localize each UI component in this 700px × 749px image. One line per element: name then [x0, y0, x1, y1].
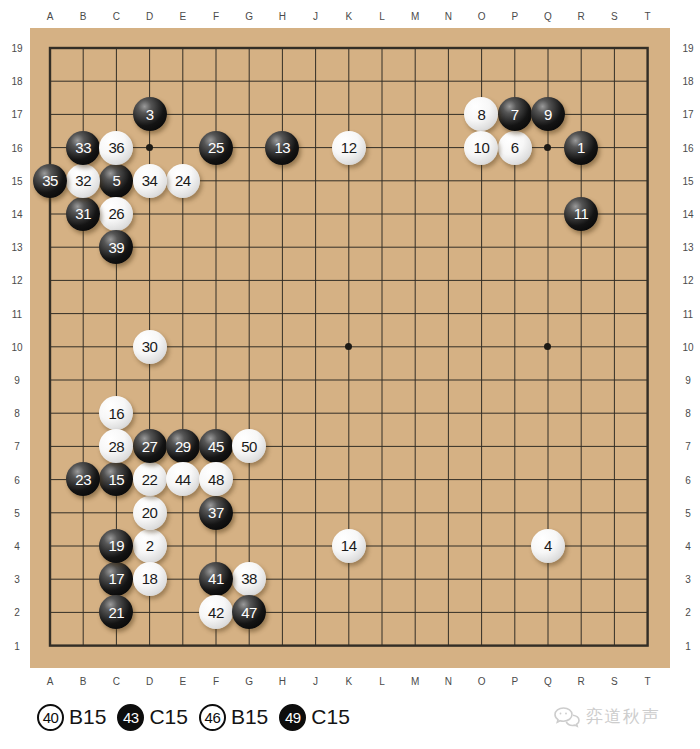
coord-number-left-13: 13 [11, 242, 22, 253]
coord-number-left-16: 16 [11, 142, 22, 153]
coord-number-right-10: 10 [682, 341, 693, 352]
black-stone-B14: 31 [66, 197, 100, 231]
white-stone-F2: 42 [199, 595, 233, 629]
coord-letter-bottom-R: R [578, 676, 585, 687]
white-stone-C7: 28 [99, 429, 133, 463]
coord-letter-top-K: K [345, 11, 352, 22]
coord-number-left-14: 14 [11, 209, 22, 220]
coord-number-right-14: 14 [682, 209, 693, 220]
stones-grid: 1234567891011121314151617181920212223242… [33, 31, 664, 662]
black-stone-C4: 19 [99, 529, 133, 563]
coord-letter-bottom-F: F [213, 676, 219, 687]
go-board: 1234567891011121314151617181920212223242… [30, 28, 670, 668]
coord-letter-top-D: D [146, 11, 153, 22]
coord-number-right-4: 4 [685, 541, 691, 552]
coord-letter-bottom-K: K [345, 676, 352, 687]
star-point-K10 [345, 343, 352, 350]
white-stone-D6: 22 [133, 462, 167, 496]
coord-number-right-11: 11 [683, 308, 693, 319]
coord-number-right-5: 5 [685, 507, 691, 518]
black-stone-F5: 37 [199, 496, 233, 530]
coord-number-right-3: 3 [685, 574, 691, 585]
black-move-number-disc: 49 [279, 704, 306, 731]
white-stone-K16: 12 [332, 131, 366, 165]
white-stone-O16: 10 [464, 131, 498, 165]
white-stone-P16: 6 [498, 131, 532, 165]
black-stone-F3: 41 [199, 562, 233, 596]
coord-number-left-18: 18 [11, 76, 22, 87]
coord-letter-bottom-N: N [445, 676, 452, 687]
coord-letter-top-H: H [279, 11, 286, 22]
coord-number-left-1: 1 [14, 640, 20, 651]
coord-number-left-11: 11 [12, 308, 22, 319]
watermark-logo: 弈道秋声 [553, 705, 660, 728]
coord-letter-top-O: O [478, 11, 486, 22]
coord-letter-bottom-M: M [411, 676, 419, 687]
white-stone-D5: 20 [133, 496, 167, 530]
coord-letter-top-G: G [245, 11, 253, 22]
go-kifu-diagram: 1234567891011121314151617181920212223242… [0, 0, 700, 749]
coord-letter-bottom-L: L [379, 676, 385, 687]
coord-number-right-15: 15 [682, 175, 693, 186]
coord-letter-top-J: J [313, 11, 318, 22]
white-stone-B15: 32 [66, 164, 100, 198]
coord-letter-top-C: C [113, 11, 120, 22]
coord-letter-top-R: R [578, 11, 585, 22]
black-stone-C3: 17 [99, 562, 133, 596]
coord-number-left-15: 15 [11, 175, 22, 186]
caption-move-43: 43C15 [117, 704, 188, 731]
coord-letter-top-L: L [379, 11, 385, 22]
coord-number-right-8: 8 [685, 408, 691, 419]
white-stone-G7: 50 [232, 429, 266, 463]
coord-number-right-18: 18 [682, 76, 693, 87]
coord-number-left-17: 17 [11, 109, 22, 120]
caption-move-46: 46B15 [199, 704, 268, 731]
coord-number-left-9: 9 [14, 375, 20, 386]
white-stone-F6: 48 [199, 462, 233, 496]
coord-letter-top-F: F [213, 11, 219, 22]
coord-letter-top-T: T [645, 11, 651, 22]
coord-number-left-2: 2 [14, 607, 20, 618]
black-stone-C2: 21 [99, 595, 133, 629]
white-stone-D15: 34 [133, 164, 167, 198]
black-stone-C15: 5 [99, 164, 133, 198]
coord-letter-top-E: E [179, 11, 186, 22]
coord-number-left-4: 4 [14, 541, 20, 552]
black-stone-R16: 1 [564, 131, 598, 165]
coord-number-right-6: 6 [685, 474, 691, 485]
coord-number-left-19: 19 [11, 43, 22, 54]
caption-coordinate: C15 [149, 705, 188, 729]
coord-letter-bottom-G: G [245, 676, 253, 687]
white-stone-C8: 16 [99, 396, 133, 430]
move-annotations: 40B1543C1546B1549C15 [37, 703, 350, 731]
watermark-text: 弈道秋声 [586, 705, 660, 728]
black-stone-A15: 35 [33, 164, 67, 198]
white-stone-O17: 8 [464, 97, 498, 131]
caption-move-49: 49C15 [279, 704, 350, 731]
coord-number-right-17: 17 [682, 109, 693, 120]
caption-coordinate: C15 [311, 705, 350, 729]
black-stone-E7: 29 [166, 429, 200, 463]
coord-letter-bottom-Q: Q [544, 676, 552, 687]
coord-number-left-12: 12 [11, 275, 22, 286]
coord-number-right-16: 16 [682, 142, 693, 153]
star-point-Q16 [544, 144, 551, 151]
coord-letter-bottom-T: T [645, 676, 651, 687]
white-stone-C16: 36 [99, 131, 133, 165]
white-stone-E6: 44 [166, 462, 200, 496]
coord-letter-top-Q: Q [544, 11, 552, 22]
coord-letter-bottom-E: E [179, 676, 186, 687]
black-stone-B6: 23 [66, 462, 100, 496]
coord-number-right-12: 12 [682, 275, 693, 286]
black-stone-R14: 11 [564, 197, 598, 231]
caption-coordinate: B15 [231, 705, 268, 729]
coord-number-right-2: 2 [685, 607, 691, 618]
black-stone-G2: 47 [232, 595, 266, 629]
white-stone-C14: 26 [99, 197, 133, 231]
white-stone-D10: 30 [133, 330, 167, 364]
black-stone-B16: 33 [66, 131, 100, 165]
black-stone-H16: 13 [265, 131, 299, 165]
coord-letter-bottom-P: P [511, 676, 518, 687]
coord-number-left-7: 7 [14, 441, 20, 452]
coord-letter-bottom-H: H [279, 676, 286, 687]
white-stone-E15: 24 [166, 164, 200, 198]
coord-number-right-19: 19 [682, 43, 693, 54]
coord-letter-bottom-B: B [80, 676, 87, 687]
black-stone-C13: 39 [99, 230, 133, 264]
white-stone-D3: 18 [133, 562, 167, 596]
coord-number-left-10: 10 [11, 341, 22, 352]
coord-letter-top-P: P [511, 11, 518, 22]
coord-letter-bottom-A: A [47, 676, 54, 687]
coord-letter-top-M: M [411, 11, 419, 22]
white-stone-G3: 38 [232, 562, 266, 596]
coord-letter-top-S: S [611, 11, 618, 22]
black-stone-C6: 15 [99, 462, 133, 496]
coord-letter-bottom-J: J [313, 676, 318, 687]
white-stone-Q4: 4 [531, 529, 565, 563]
star-point-Q10 [544, 343, 551, 350]
caption-move-40: 40B15 [37, 704, 106, 731]
white-move-number-disc: 40 [37, 704, 64, 731]
coord-letter-bottom-O: O [478, 676, 486, 687]
black-stone-P17: 7 [498, 97, 532, 131]
black-move-number-disc: 43 [117, 704, 144, 731]
white-move-number-disc: 46 [199, 704, 226, 731]
star-point-D16 [146, 144, 153, 151]
white-stone-K4: 14 [332, 529, 366, 563]
black-stone-D17: 3 [133, 97, 167, 131]
coord-letter-top-N: N [445, 11, 452, 22]
coord-number-left-5: 5 [14, 507, 20, 518]
caption-coordinate: B15 [69, 705, 106, 729]
coord-number-right-1: 1 [685, 640, 691, 651]
chat-bubbles-logo-icon [553, 706, 581, 728]
coord-number-right-13: 13 [682, 242, 693, 253]
coord-letter-bottom-C: C [113, 676, 120, 687]
black-stone-F16: 25 [199, 131, 233, 165]
coord-letter-bottom-D: D [146, 676, 153, 687]
coord-letter-top-A: A [47, 11, 54, 22]
coord-number-left-8: 8 [14, 408, 20, 419]
coord-number-left-3: 3 [14, 574, 20, 585]
coord-number-right-9: 9 [685, 375, 691, 386]
coord-letter-bottom-S: S [611, 676, 618, 687]
black-stone-F7: 45 [199, 429, 233, 463]
coord-letter-top-B: B [80, 11, 87, 22]
coord-number-right-7: 7 [685, 441, 691, 452]
coord-number-left-6: 6 [14, 474, 20, 485]
black-stone-Q17: 9 [531, 97, 565, 131]
black-stone-D7: 27 [133, 429, 167, 463]
white-stone-D4: 2 [133, 529, 167, 563]
